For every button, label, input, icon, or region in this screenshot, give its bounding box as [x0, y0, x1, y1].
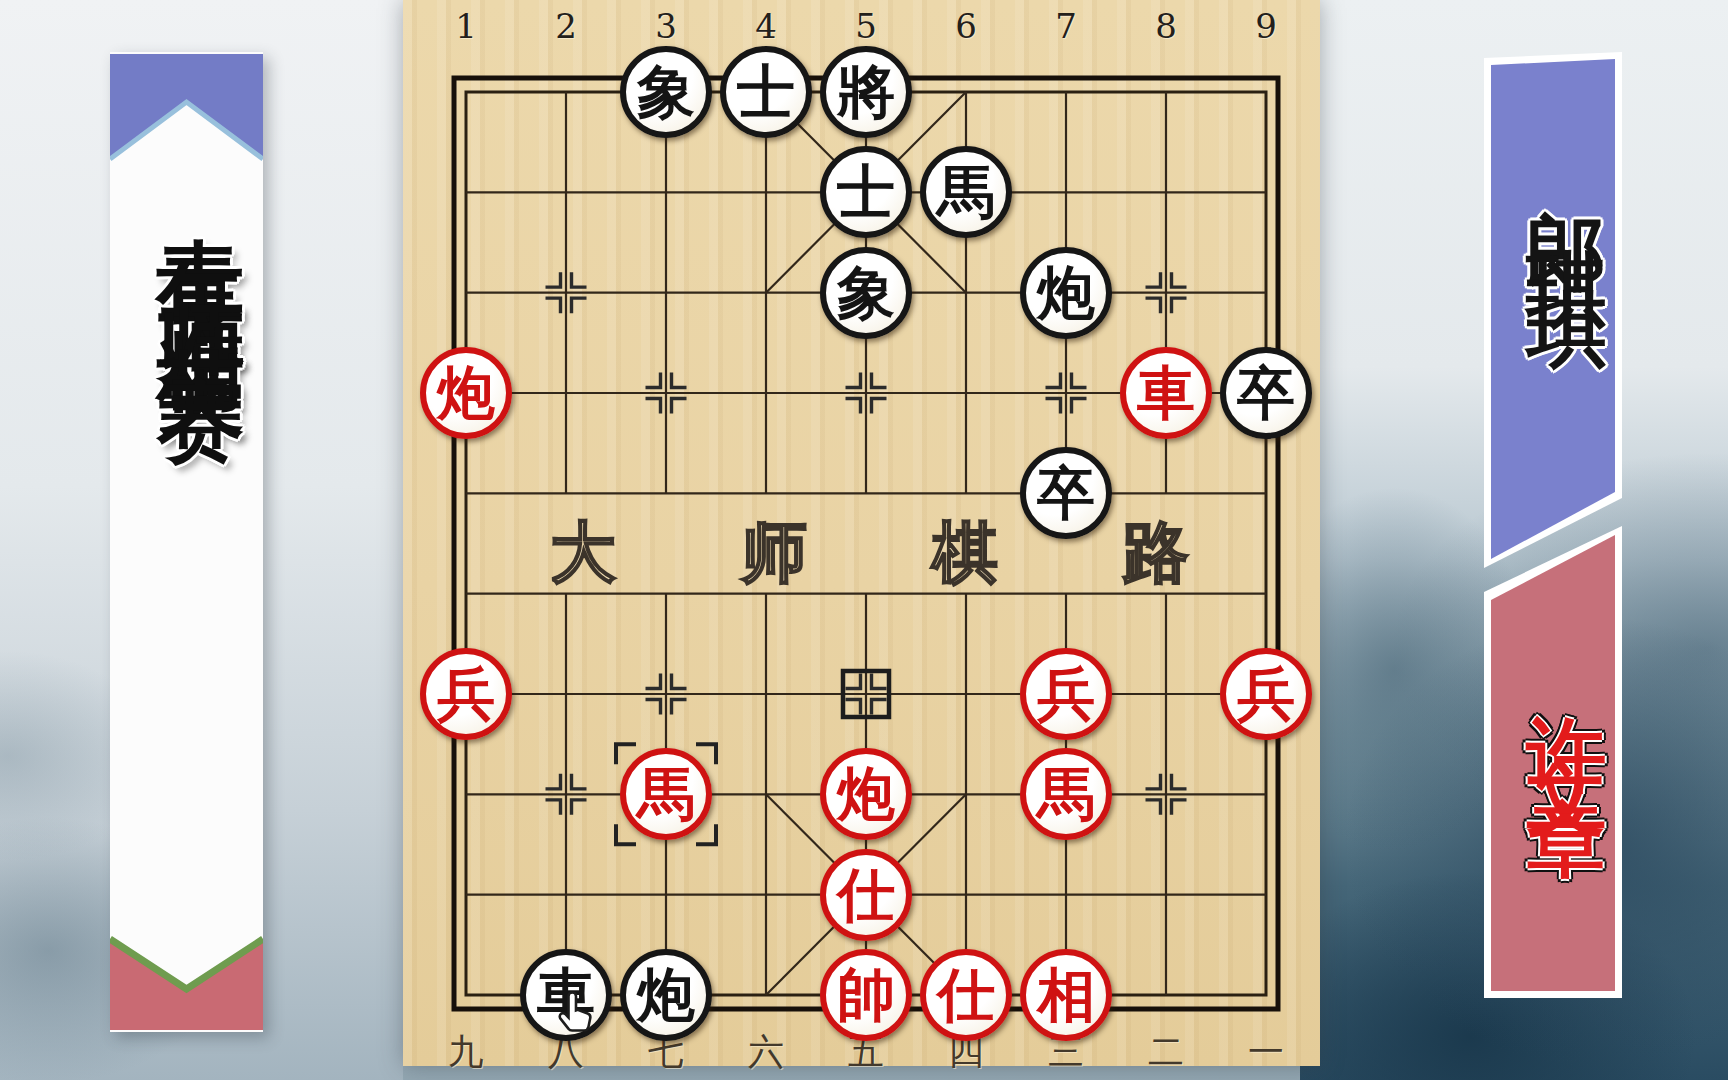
piece-glyph: 馬 [637, 754, 695, 834]
piece-red-pawn-7-7[interactable]: 兵 [1020, 648, 1112, 740]
piece-black-elephant-3-1[interactable]: 象 [620, 46, 712, 138]
event-banner: 青年大师精英赛 [110, 52, 263, 1032]
piece-glyph: 炮 [437, 353, 495, 433]
hand-cursor-icon [555, 988, 601, 1040]
piece-glyph: 士 [837, 152, 895, 232]
piece-glyph: 仕 [837, 855, 895, 935]
player-banner-black: 郎琪琪 [1484, 52, 1622, 568]
piece-red-horse-3-8[interactable]: 馬 [620, 748, 712, 840]
event-banner-bottom-ribbon [110, 927, 263, 1032]
piece-black-general-5-1[interactable]: 將 [820, 46, 912, 138]
red-player-name: 许文章 [1513, 650, 1621, 770]
piece-glyph: 炮 [637, 955, 695, 1035]
piece-glyph: 卒 [1237, 353, 1295, 433]
piece-black-cannon-3-10[interactable]: 炮 [620, 949, 712, 1041]
player-banner-red: 许文章 [1484, 526, 1622, 998]
piece-red-advisor-5-9[interactable]: 仕 [820, 849, 912, 941]
piece-red-rook-8-4[interactable]: 車 [1120, 347, 1212, 439]
piece-glyph: 兵 [437, 654, 495, 734]
piece-red-horse-7-8[interactable]: 馬 [1020, 748, 1112, 840]
event-banner-top-ribbon [110, 52, 263, 162]
piece-red-pawn-9-7[interactable]: 兵 [1220, 648, 1312, 740]
piece-glyph: 馬 [1037, 754, 1095, 834]
piece-glyph: 象 [837, 253, 895, 333]
piece-red-elephant-7-10[interactable]: 相 [1020, 949, 1112, 1041]
piece-red-advisor-6-10[interactable]: 仕 [920, 949, 1012, 1041]
piece-glyph: 將 [837, 52, 895, 132]
piece-black-horse-6-2[interactable]: 馬 [920, 146, 1012, 238]
piece-glyph: 兵 [1037, 654, 1095, 734]
file-label-top-1: 1 [436, 6, 496, 46]
piece-glyph: 馬 [937, 152, 995, 232]
piece-black-elephant-5-3[interactable]: 象 [820, 247, 912, 339]
piece-glyph: 車 [1137, 353, 1195, 433]
piece-glyph: 仕 [937, 955, 995, 1035]
piece-black-advisor-5-2[interactable]: 士 [820, 146, 912, 238]
piece-glyph: 炮 [837, 754, 895, 834]
river-watermark: 大师棋路 [550, 508, 1314, 598]
piece-black-pawn-7-5[interactable]: 卒 [1020, 447, 1112, 539]
piece-glyph: 士 [737, 52, 795, 132]
piece-red-cannon-5-8[interactable]: 炮 [820, 748, 912, 840]
piece-red-cannon-1-4[interactable]: 炮 [420, 347, 512, 439]
piece-glyph: 相 [1037, 955, 1095, 1035]
file-label-top-2: 2 [536, 6, 596, 46]
file-label-top-3: 3 [636, 6, 696, 46]
file-label-top-8: 8 [1136, 6, 1196, 46]
player-banner-black-fill [1484, 52, 1622, 568]
piece-glyph: 兵 [1237, 654, 1295, 734]
file-label-top-5: 5 [836, 6, 896, 46]
xiangqi-board[interactable]: 123456789 九八七六五四三二一 大师棋路 象士將士馬象炮卒卒車炮炮車兵兵… [403, 0, 1320, 1066]
piece-glyph: 象 [637, 52, 695, 132]
piece-glyph: 帥 [837, 955, 895, 1035]
piece-glyph: 卒 [1037, 453, 1095, 533]
file-label-top-6: 6 [936, 6, 996, 46]
piece-glyph: 炮 [1037, 253, 1095, 333]
piece-black-advisor-4-1[interactable]: 士 [720, 46, 812, 138]
piece-red-general-5-10[interactable]: 帥 [820, 949, 912, 1041]
event-title: 青年大师精英赛 [142, 167, 261, 321]
app-root: 123456789 九八七六五四三二一 大师棋路 象士將士馬象炮卒卒車炮炮車兵兵… [0, 0, 1728, 1080]
file-label-top-4: 4 [736, 6, 796, 46]
piece-black-cannon-7-3[interactable]: 炮 [1020, 247, 1112, 339]
file-label-top-9: 9 [1236, 6, 1296, 46]
file-label-top-7: 7 [1036, 6, 1096, 46]
black-player-name: 郎琪琪 [1513, 143, 1621, 263]
piece-black-pawn-9-4[interactable]: 卒 [1220, 347, 1312, 439]
piece-red-pawn-1-7[interactable]: 兵 [420, 648, 512, 740]
